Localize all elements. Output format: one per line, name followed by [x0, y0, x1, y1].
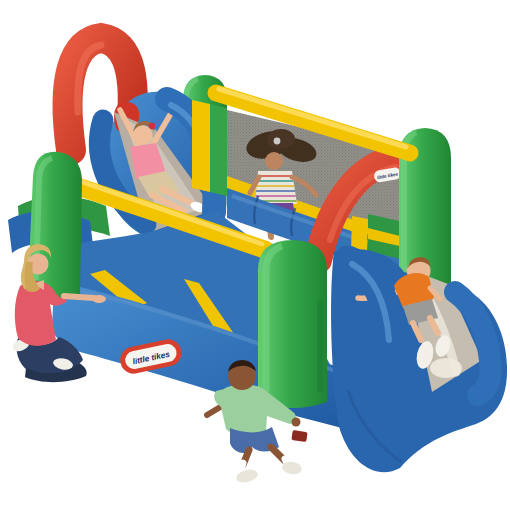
- jumper-face: [265, 152, 283, 170]
- left-green-post: [28, 152, 82, 298]
- mesh-left-green-strip: [210, 104, 227, 196]
- bounce-house-illustration: little tikes little tikes: [0, 0, 510, 510]
- product-photo-stage: little tikes little tikes: [0, 0, 510, 510]
- mesh-left-yellow-post: [192, 100, 210, 192]
- woman-arm: [64, 296, 94, 298]
- jumper-hair3: [267, 129, 295, 149]
- woman-hand: [92, 295, 106, 303]
- girl-head: [134, 126, 153, 145]
- jumper-hair-bow: [274, 138, 281, 145]
- bed-fluff2: [430, 358, 462, 378]
- toddler-sock: [241, 463, 243, 470]
- toddler-hand: [292, 418, 301, 427]
- girl-hair-bow: [149, 123, 155, 129]
- anchor-peg: [291, 430, 307, 442]
- center-green-post: [258, 240, 327, 408]
